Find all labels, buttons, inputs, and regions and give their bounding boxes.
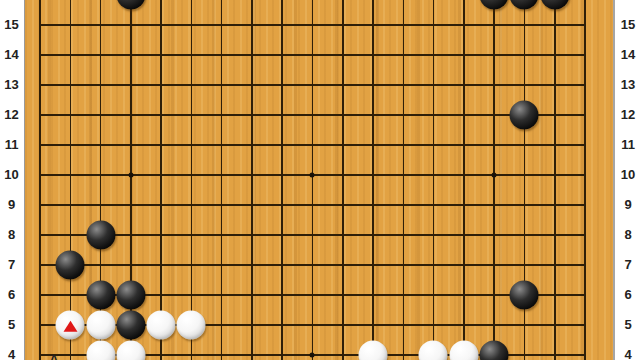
row-label-right-4: 4 [616,347,640,360]
row-label-left-9: 9 [0,197,23,213]
row-label-left-15: 15 [0,17,23,33]
row-label-right-10: 10 [616,167,640,183]
row-label-left-6: 6 [0,287,23,303]
row-labels-left: 16151413121110987654 [0,0,23,360]
row-label-right-8: 8 [616,227,640,243]
star-point-Q10 [491,173,496,178]
black-stone-R6 [510,281,539,310]
black-stone-B7 [56,251,85,280]
row-label-right-11: 11 [616,137,640,153]
row-label-right-14: 14 [616,47,640,63]
row-label-left-12: 12 [0,107,23,123]
triangle-marker-B5 [63,320,77,331]
black-stone-R12 [510,101,539,130]
column-label-partial-A: A [46,352,62,360]
row-label-right-12: 12 [616,107,640,123]
row-label-right-15: 15 [616,17,640,33]
row-label-right-13: 13 [616,77,640,93]
white-stone-C5 [86,311,115,340]
black-stone-C8 [86,221,115,250]
go-board-screenshot: 16151413121110987654 1615141312111098765… [0,0,640,360]
row-label-left-4: 4 [0,347,23,360]
black-stone-D6 [116,281,145,310]
black-stone-D5 [116,311,145,340]
row-label-left-11: 11 [0,137,23,153]
black-stone-C6 [86,281,115,310]
row-label-left-10: 10 [0,167,23,183]
row-labels-right: 16151413121110987654 [616,0,640,360]
star-point-K10 [310,173,315,178]
row-label-left-7: 7 [0,257,23,273]
row-label-left-14: 14 [0,47,23,63]
row-label-left-13: 13 [0,77,23,93]
white-stone-B5 [56,311,85,340]
row-label-right-6: 6 [616,287,640,303]
row-label-left-16: 16 [0,0,23,3]
row-label-right-16: 16 [616,0,640,3]
star-point-D10 [128,173,133,178]
row-label-right-5: 5 [616,317,640,333]
row-label-right-7: 7 [616,257,640,273]
star-point-K4 [310,353,315,358]
row-label-left-8: 8 [0,227,23,243]
white-stone-F5 [177,311,206,340]
white-stone-E5 [147,311,176,340]
row-label-left-5: 5 [0,317,23,333]
row-label-right-9: 9 [616,197,640,213]
